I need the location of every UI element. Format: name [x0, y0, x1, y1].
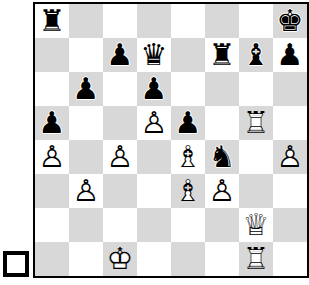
- white-bishop-e3: ♝♗: [171, 174, 205, 208]
- white-rook-g5: ♜♖: [239, 106, 273, 140]
- white-pawn-c4: ♟♙: [103, 140, 137, 174]
- square-f1[interactable]: [205, 242, 239, 276]
- square-f3[interactable]: ♟♙: [205, 174, 239, 208]
- square-a1[interactable]: [35, 242, 69, 276]
- white-pawn-d5: ♟♙: [137, 106, 171, 140]
- square-f7[interactable]: ♜: [205, 38, 239, 72]
- white-pawn-a4: ♟♙: [35, 140, 69, 174]
- square-c8[interactable]: [103, 4, 137, 38]
- black-rook-a8: ♜: [35, 4, 69, 38]
- square-h1[interactable]: [273, 242, 307, 276]
- square-h6[interactable]: [273, 72, 307, 106]
- black-bishop-g7: ♝: [239, 38, 273, 72]
- chess-diagram: ♜♚♟♛♜♝♟♟♟♟♟♙♟♜♖♟♙♟♙♝♗♞♟♙♟♙♝♗♟♙♛♕♚♔♜♖: [0, 0, 309, 285]
- black-pawn-b6: ♟: [69, 72, 103, 106]
- white-rook-g1: ♜♖: [239, 242, 273, 276]
- square-d6[interactable]: ♟: [137, 72, 171, 106]
- square-b4[interactable]: [69, 140, 103, 174]
- square-h5[interactable]: [273, 106, 307, 140]
- black-queen-d7: ♛: [137, 38, 171, 72]
- piece-outline: ♙: [273, 140, 307, 174]
- square-d8[interactable]: [137, 4, 171, 38]
- square-c4[interactable]: ♟♙: [103, 140, 137, 174]
- square-a3[interactable]: [35, 174, 69, 208]
- square-b6[interactable]: ♟: [69, 72, 103, 106]
- square-g3[interactable]: [239, 174, 273, 208]
- square-a6[interactable]: [35, 72, 69, 106]
- square-e1[interactable]: [171, 242, 205, 276]
- white-king-c1: ♚♔: [103, 242, 137, 276]
- piece-outline: ♙: [35, 140, 69, 174]
- piece-outline: ♗: [171, 140, 205, 174]
- piece-outline: ♔: [103, 242, 137, 276]
- square-h4[interactable]: ♟♙: [273, 140, 307, 174]
- square-b3[interactable]: ♟♙: [69, 174, 103, 208]
- square-c7[interactable]: ♟: [103, 38, 137, 72]
- square-h2[interactable]: [273, 208, 307, 242]
- piece-outline: ♙: [103, 140, 137, 174]
- square-c6[interactable]: [103, 72, 137, 106]
- square-f8[interactable]: [205, 4, 239, 38]
- square-c3[interactable]: [103, 174, 137, 208]
- square-b8[interactable]: [69, 4, 103, 38]
- white-pawn-h4: ♟♙: [273, 140, 307, 174]
- piece-outline: ♖: [239, 242, 273, 276]
- square-f5[interactable]: [205, 106, 239, 140]
- square-d2[interactable]: [137, 208, 171, 242]
- square-e5[interactable]: ♟: [171, 106, 205, 140]
- square-e3[interactable]: ♝♗: [171, 174, 205, 208]
- square-f4[interactable]: ♞: [205, 140, 239, 174]
- square-f6[interactable]: [205, 72, 239, 106]
- square-c1[interactable]: ♚♔: [103, 242, 137, 276]
- square-a4[interactable]: ♟♙: [35, 140, 69, 174]
- square-b7[interactable]: [69, 38, 103, 72]
- white-to-move-indicator: [3, 251, 29, 277]
- white-pawn-b3: ♟♙: [69, 174, 103, 208]
- black-pawn-e5: ♟: [171, 106, 205, 140]
- piece-outline: ♙: [137, 106, 171, 140]
- square-f2[interactable]: [205, 208, 239, 242]
- square-d7[interactable]: ♛: [137, 38, 171, 72]
- square-a2[interactable]: [35, 208, 69, 242]
- square-a7[interactable]: [35, 38, 69, 72]
- square-g2[interactable]: ♛♕: [239, 208, 273, 242]
- black-knight-f4: ♞: [205, 140, 239, 174]
- square-e4[interactable]: ♝♗: [171, 140, 205, 174]
- black-rook-f7: ♜: [205, 38, 239, 72]
- square-b5[interactable]: [69, 106, 103, 140]
- square-b1[interactable]: [69, 242, 103, 276]
- black-king-h8: ♚: [273, 4, 307, 38]
- square-g6[interactable]: [239, 72, 273, 106]
- square-d3[interactable]: [137, 174, 171, 208]
- black-pawn-d6: ♟: [137, 72, 171, 106]
- square-e6[interactable]: [171, 72, 205, 106]
- square-a5[interactable]: ♟: [35, 106, 69, 140]
- black-pawn-h7: ♟: [273, 38, 307, 72]
- square-g1[interactable]: ♜♖: [239, 242, 273, 276]
- chess-board: ♜♚♟♛♜♝♟♟♟♟♟♙♟♜♖♟♙♟♙♝♗♞♟♙♟♙♝♗♟♙♛♕♚♔♜♖: [33, 2, 309, 278]
- black-pawn-a5: ♟: [35, 106, 69, 140]
- square-g4[interactable]: [239, 140, 273, 174]
- square-e8[interactable]: [171, 4, 205, 38]
- white-queen-g2: ♛♕: [239, 208, 273, 242]
- square-g7[interactable]: ♝: [239, 38, 273, 72]
- square-e7[interactable]: [171, 38, 205, 72]
- piece-outline: ♙: [69, 174, 103, 208]
- piece-outline: ♗: [171, 174, 205, 208]
- piece-outline: ♙: [205, 174, 239, 208]
- square-c5[interactable]: [103, 106, 137, 140]
- square-g5[interactable]: ♜♖: [239, 106, 273, 140]
- square-h8[interactable]: ♚: [273, 4, 307, 38]
- square-c2[interactable]: [103, 208, 137, 242]
- square-a8[interactable]: ♜: [35, 4, 69, 38]
- black-pawn-c7: ♟: [103, 38, 137, 72]
- white-bishop-e4: ♝♗: [171, 140, 205, 174]
- square-h7[interactable]: ♟: [273, 38, 307, 72]
- square-d5[interactable]: ♟♙: [137, 106, 171, 140]
- square-d4[interactable]: [137, 140, 171, 174]
- white-pawn-f3: ♟♙: [205, 174, 239, 208]
- square-e2[interactable]: [171, 208, 205, 242]
- square-d1[interactable]: [137, 242, 171, 276]
- square-b2[interactable]: [69, 208, 103, 242]
- piece-outline: ♖: [239, 106, 273, 140]
- square-g8[interactable]: [239, 4, 273, 38]
- square-h3[interactable]: [273, 174, 307, 208]
- piece-outline: ♕: [239, 208, 273, 242]
